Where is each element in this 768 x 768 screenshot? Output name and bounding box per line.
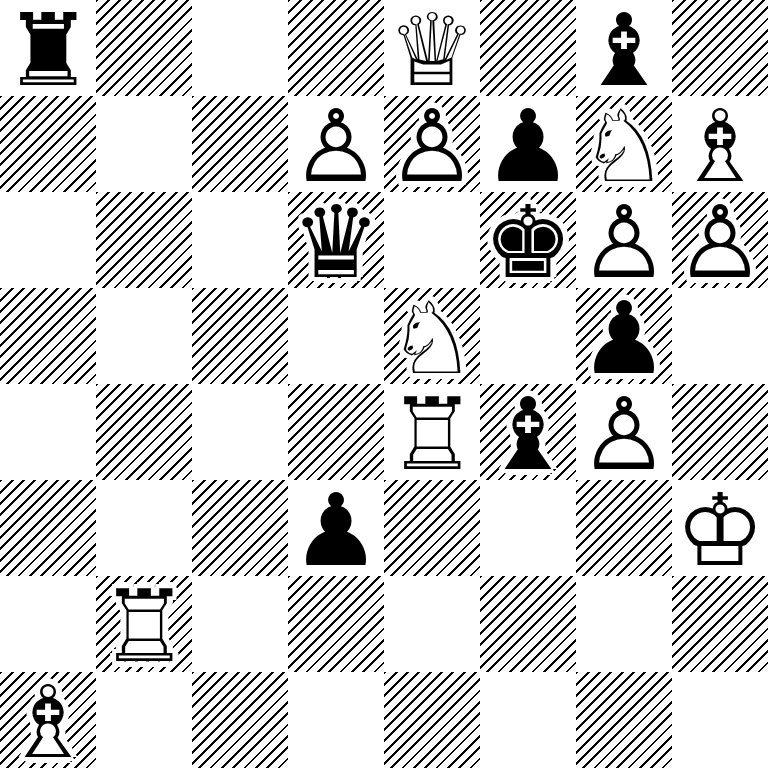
black-pawn-icon: ♟ (291, 481, 381, 581)
white-pawn-g6[interactable]: ♟♙ (576, 192, 672, 288)
square-c8[interactable] (192, 0, 288, 96)
square-c5[interactable] (192, 288, 288, 384)
square-d5[interactable] (288, 288, 384, 384)
black-pawn-g5[interactable]: ♟♟ (576, 288, 672, 384)
square-g5[interactable]: ♟♟ (576, 288, 672, 384)
square-d2[interactable] (288, 576, 384, 672)
black-rook-a8[interactable]: ♜♜ (0, 0, 96, 96)
white-bishop-h7[interactable]: ♝♗ (672, 96, 768, 192)
white-bishop-icon: ♗ (3, 673, 93, 768)
square-g6[interactable]: ♟♙ (576, 192, 672, 288)
square-a7[interactable] (0, 96, 96, 192)
white-knight-icon: ♘ (579, 97, 669, 197)
square-b1[interactable] (96, 672, 192, 768)
square-f4[interactable]: ♝♝ (480, 384, 576, 480)
square-g8[interactable]: ♝♝ (576, 0, 672, 96)
square-f1[interactable] (480, 672, 576, 768)
black-pawn-icon: ♟ (483, 97, 573, 197)
square-g1[interactable] (576, 672, 672, 768)
square-a2[interactable] (0, 576, 96, 672)
white-rook-e4[interactable]: ♜♖ (384, 384, 480, 480)
square-b3[interactable] (96, 480, 192, 576)
square-c1[interactable] (192, 672, 288, 768)
square-h1[interactable] (672, 672, 768, 768)
white-pawn-icon: ♙ (579, 385, 669, 485)
square-a3[interactable] (0, 480, 96, 576)
square-e7[interactable]: ♟♙ (384, 96, 480, 192)
square-f2[interactable] (480, 576, 576, 672)
black-pawn-icon: ♟ (579, 289, 669, 389)
square-a5[interactable] (0, 288, 96, 384)
square-d6[interactable]: ♛♛ (288, 192, 384, 288)
white-pawn-e7[interactable]: ♟♙ (384, 96, 480, 192)
square-h7[interactable]: ♝♗ (672, 96, 768, 192)
white-bishop-a1[interactable]: ♝♗ (0, 672, 96, 768)
square-d1[interactable] (288, 672, 384, 768)
white-pawn-icon: ♙ (579, 193, 669, 293)
white-knight-g7[interactable]: ♞♘ (576, 96, 672, 192)
square-e3[interactable] (384, 480, 480, 576)
square-h6[interactable]: ♟♙ (672, 192, 768, 288)
square-e8[interactable]: ♛♕ (384, 0, 480, 96)
white-knight-icon: ♘ (387, 289, 477, 389)
white-pawn-h6[interactable]: ♟♙ (672, 192, 768, 288)
white-rook-icon: ♖ (387, 385, 477, 485)
white-pawn-g4[interactable]: ♟♙ (576, 384, 672, 480)
black-king-f6[interactable]: ♚♚ (480, 192, 576, 288)
square-g3[interactable] (576, 480, 672, 576)
white-rook-icon: ♖ (99, 577, 189, 677)
square-f8[interactable] (480, 0, 576, 96)
square-h5[interactable] (672, 288, 768, 384)
square-c4[interactable] (192, 384, 288, 480)
square-d3[interactable]: ♟♟ (288, 480, 384, 576)
square-b6[interactable] (96, 192, 192, 288)
black-pawn-f7[interactable]: ♟♟ (480, 96, 576, 192)
square-b7[interactable] (96, 96, 192, 192)
white-pawn-icon: ♙ (291, 97, 381, 197)
white-queen-icon: ♕ (387, 1, 477, 101)
square-g7[interactable]: ♞♘ (576, 96, 672, 192)
black-queen-d6[interactable]: ♛♛ (288, 192, 384, 288)
white-bishop-icon: ♗ (675, 97, 765, 197)
white-pawn-icon: ♙ (387, 97, 477, 197)
black-bishop-g8[interactable]: ♝♝ (576, 0, 672, 96)
square-h4[interactable] (672, 384, 768, 480)
square-h3[interactable]: ♚♔ (672, 480, 768, 576)
square-a8[interactable]: ♜♜ (0, 0, 96, 96)
square-d8[interactable] (288, 0, 384, 96)
square-g4[interactable]: ♟♙ (576, 384, 672, 480)
square-f7[interactable]: ♟♟ (480, 96, 576, 192)
square-h2[interactable] (672, 576, 768, 672)
square-b8[interactable] (96, 0, 192, 96)
square-f5[interactable] (480, 288, 576, 384)
square-b5[interactable] (96, 288, 192, 384)
white-knight-e5[interactable]: ♞♘ (384, 288, 480, 384)
square-b4[interactable] (96, 384, 192, 480)
white-king-h3[interactable]: ♚♔ (672, 480, 768, 576)
black-king-icon: ♚ (483, 193, 573, 293)
square-d7[interactable]: ♟♙ (288, 96, 384, 192)
black-rook-icon: ♜ (3, 1, 93, 101)
square-h8[interactable] (672, 0, 768, 96)
black-queen-icon: ♛ (291, 193, 381, 293)
square-a1[interactable]: ♝♗ (0, 672, 96, 768)
black-bishop-icon: ♝ (579, 1, 669, 101)
black-bishop-icon: ♝ (483, 385, 573, 485)
square-c3[interactable] (192, 480, 288, 576)
square-d4[interactable] (288, 384, 384, 480)
chess-board: ♜♜♛♕♝♝♟♙♟♙♟♟♞♘♝♗♛♛♚♚♟♙♟♙♞♘♟♟♜♖♝♝♟♙♟♟♚♔♜♖… (0, 0, 768, 768)
square-g2[interactable] (576, 576, 672, 672)
square-b2[interactable]: ♜♖ (96, 576, 192, 672)
square-f6[interactable]: ♚♚ (480, 192, 576, 288)
white-king-icon: ♔ (675, 481, 765, 581)
square-a6[interactable] (0, 192, 96, 288)
black-pawn-d3[interactable]: ♟♟ (288, 480, 384, 576)
white-queen-e8[interactable]: ♛♕ (384, 0, 480, 96)
white-pawn-d7[interactable]: ♟♙ (288, 96, 384, 192)
square-e5[interactable]: ♞♘ (384, 288, 480, 384)
black-bishop-f4[interactable]: ♝♝ (480, 384, 576, 480)
square-c7[interactable] (192, 96, 288, 192)
white-rook-b2[interactable]: ♜♖ (96, 576, 192, 672)
square-c2[interactable] (192, 576, 288, 672)
white-pawn-icon: ♙ (675, 193, 765, 293)
square-f3[interactable] (480, 480, 576, 576)
square-e4[interactable]: ♜♖ (384, 384, 480, 480)
square-e6[interactable] (384, 192, 480, 288)
square-e1[interactable] (384, 672, 480, 768)
square-c6[interactable] (192, 192, 288, 288)
square-a4[interactable] (0, 384, 96, 480)
square-e2[interactable] (384, 576, 480, 672)
